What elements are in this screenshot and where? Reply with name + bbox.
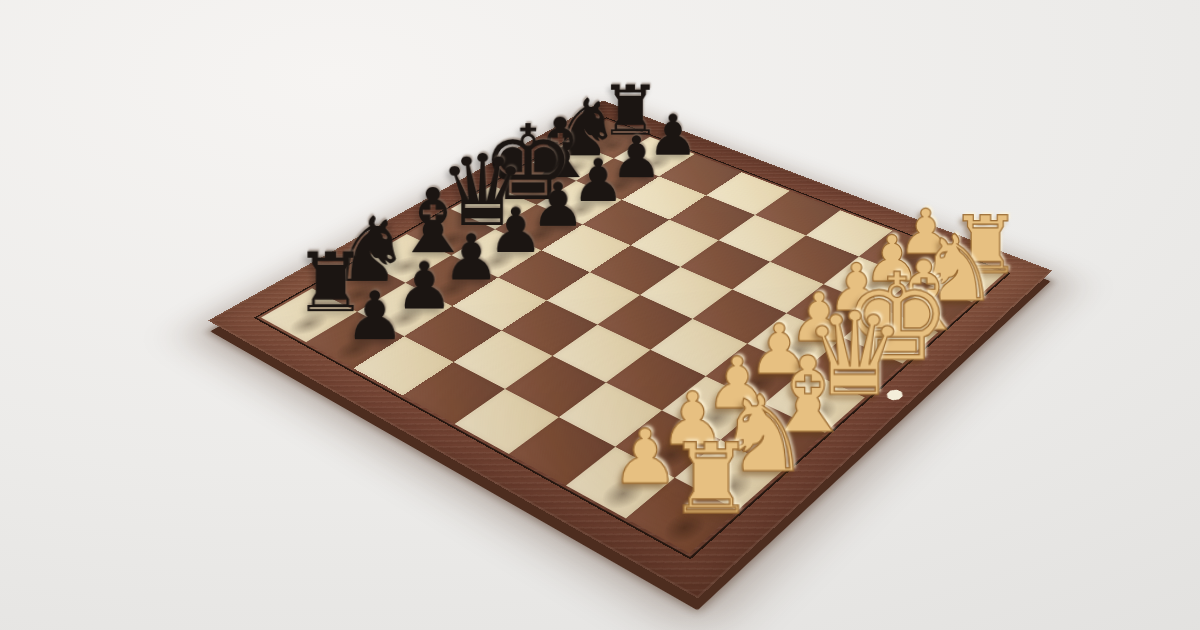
studio-scene: ♜♞♝♛♚♝♞♜♟♟♟♟♟♟♟♟♟♟♟♟♟♟♟♟♜♞♝♛♚♝♞♜ <box>0 0 1200 630</box>
board-3d-wrap: ♜♞♝♛♚♝♞♜♟♟♟♟♟♟♟♟♟♟♟♟♟♟♟♟♜♞♝♛♚♝♞♜ <box>208 100 1052 598</box>
piece-black-pawn[interactable]: ♟ <box>340 282 409 349</box>
piece-white-rook[interactable]: ♜ <box>668 431 748 528</box>
board-frame: ♜♞♝♛♚♝♞♜♟♟♟♟♟♟♟♟♟♟♟♟♟♟♟♟♜♞♝♛♚♝♞♜ <box>208 100 1052 598</box>
square-h4[interactable] <box>755 191 840 236</box>
chessboard: ♜♞♝♛♚♝♞♜♟♟♟♟♟♟♟♟♟♟♟♟♟♟♟♟♜♞♝♛♚♝♞♜ <box>261 120 1004 553</box>
